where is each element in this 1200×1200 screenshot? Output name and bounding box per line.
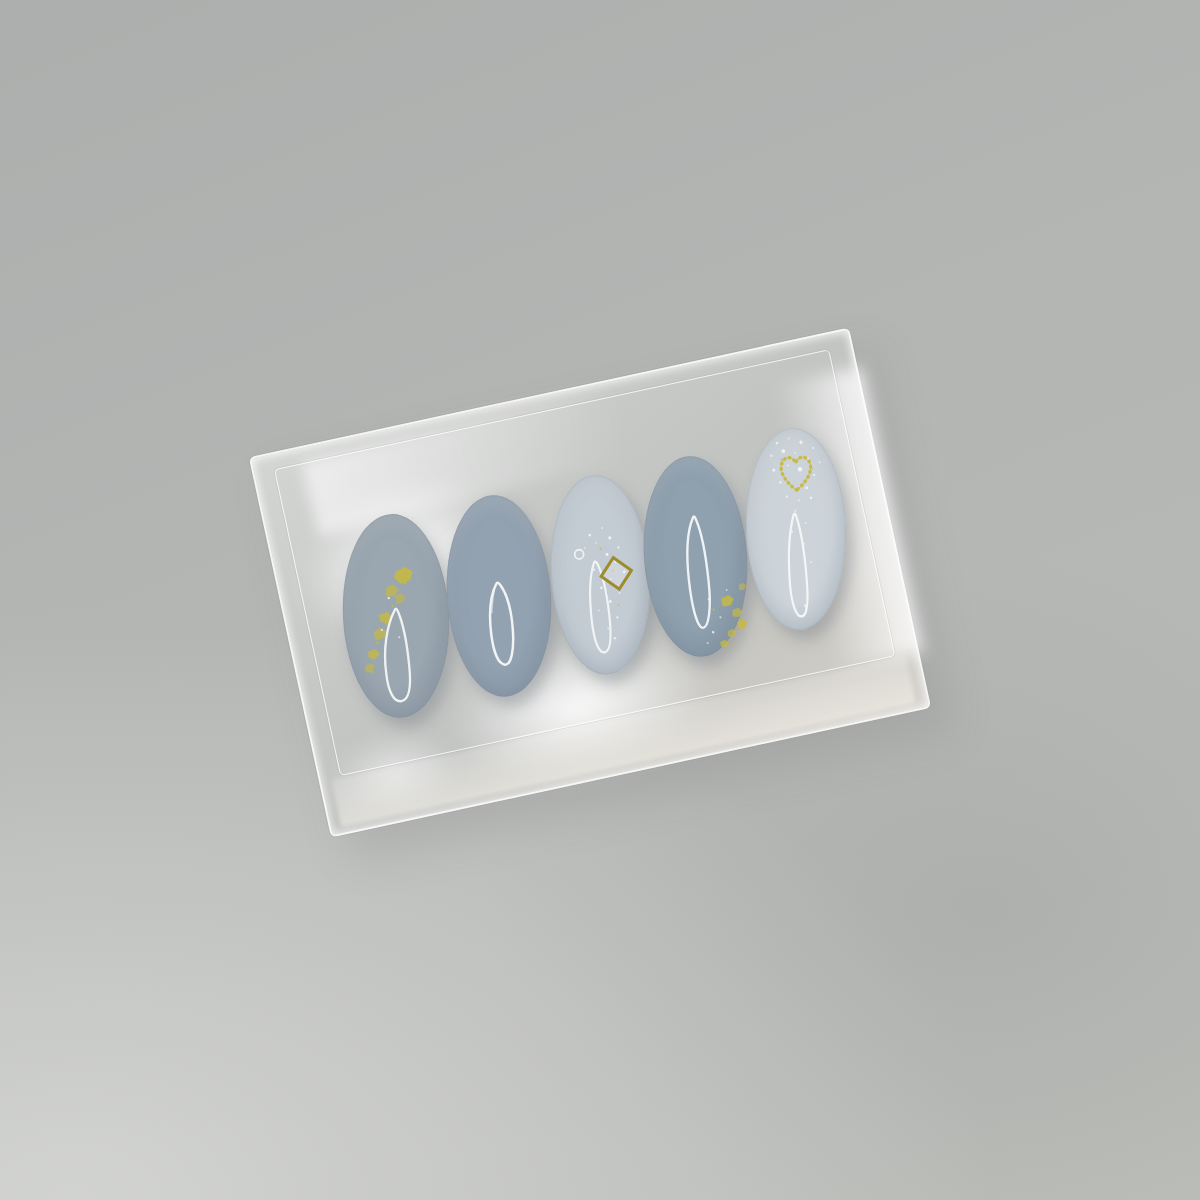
white-outline-drawing [787, 513, 808, 616]
gold-heart-charm [781, 457, 812, 491]
nail-2 [440, 492, 558, 701]
white-outline-drawing [684, 516, 712, 629]
photo-canvas [0, 0, 1200, 1200]
nail-4-art [637, 453, 754, 661]
nail-5 [743, 426, 850, 631]
gold-foil-flakes [711, 582, 751, 647]
nail-1-art [338, 511, 455, 720]
white-outline-drawing [487, 582, 515, 666]
nail-4 [637, 453, 754, 661]
silver-glitter [770, 436, 825, 564]
nail-5-art [743, 426, 850, 631]
gold-square-stud [601, 558, 631, 589]
nail-1 [338, 511, 455, 720]
white-outline-drawing [574, 548, 612, 654]
nail-2-art [440, 492, 558, 701]
